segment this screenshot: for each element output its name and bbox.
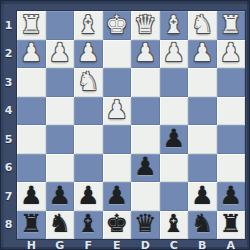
square-g3[interactable]: [46, 68, 75, 97]
square-d3[interactable]: [131, 68, 160, 97]
square-g4[interactable]: [46, 97, 75, 126]
square-f1[interactable]: ♝: [74, 11, 103, 40]
square-a4[interactable]: [217, 97, 246, 126]
square-h4[interactable]: [17, 97, 46, 126]
square-b6[interactable]: [188, 154, 217, 183]
rank-label-8: 8: [1, 211, 16, 240]
file-label-a: A: [217, 240, 246, 250]
square-b4[interactable]: [188, 97, 217, 126]
square-a3[interactable]: [217, 68, 246, 97]
white-pawn: ♟: [49, 40, 71, 65]
white-rook: ♜: [20, 12, 42, 37]
black-bishop: ♝: [77, 211, 99, 236]
rank-label-6: 6: [1, 154, 16, 183]
white-rook: ♜: [220, 12, 242, 37]
square-g1[interactable]: [46, 11, 75, 40]
black-pawn: ♟: [191, 183, 213, 208]
square-c3[interactable]: [160, 68, 189, 97]
square-c4[interactable]: [160, 97, 189, 126]
square-g5[interactable]: [46, 125, 75, 154]
square-c7[interactable]: [160, 182, 189, 211]
white-bishop: ♝: [163, 12, 185, 37]
square-g8[interactable]: ♞: [46, 211, 75, 240]
square-c5[interactable]: ♟: [160, 125, 189, 154]
white-pawn: ♟: [134, 40, 156, 65]
rank-label-1: 1: [1, 11, 16, 40]
square-a2[interactable]: ♟: [217, 40, 246, 69]
square-h5[interactable]: [17, 125, 46, 154]
rank-labels: 12345678: [1, 11, 16, 239]
square-d6[interactable]: ♟: [131, 154, 160, 183]
square-f4[interactable]: [74, 97, 103, 126]
square-e6[interactable]: [103, 154, 132, 183]
file-label-e: E: [103, 240, 132, 250]
file-label-f: F: [74, 240, 103, 250]
white-queen: ♛: [134, 12, 156, 37]
white-pawn: ♟: [20, 40, 42, 65]
square-f6[interactable]: [74, 154, 103, 183]
square-e2[interactable]: [103, 40, 132, 69]
white-pawn: ♟: [77, 40, 99, 65]
file-label-h: H: [17, 240, 46, 250]
black-rook: ♜: [20, 211, 42, 236]
black-king: ♚: [106, 211, 128, 236]
square-a6[interactable]: [217, 154, 246, 183]
square-h2[interactable]: ♟: [17, 40, 46, 69]
black-pawn: ♟: [77, 183, 99, 208]
square-h1[interactable]: ♜: [17, 11, 46, 40]
square-e5[interactable]: [103, 125, 132, 154]
white-king: ♚: [106, 12, 128, 37]
square-f8[interactable]: ♝: [74, 211, 103, 240]
square-d5[interactable]: [131, 125, 160, 154]
square-c1[interactable]: ♝: [160, 11, 189, 40]
square-b8[interactable]: ♞: [188, 211, 217, 240]
rank-label-2: 2: [1, 40, 16, 69]
white-pawn: ♟: [106, 97, 128, 122]
board: ♜♝♚♛♝♞♜♟♟♟♟♟♟♟♞♟♟♟♟♟♟♟♟♟♜♞♝♚♛♝♞♜: [16, 10, 246, 240]
square-e1[interactable]: ♚: [103, 11, 132, 40]
black-pawn: ♟: [20, 183, 42, 208]
square-g2[interactable]: ♟: [46, 40, 75, 69]
black-knight: ♞: [49, 211, 71, 236]
square-a8[interactable]: ♜: [217, 211, 246, 240]
rank-label-5: 5: [1, 125, 16, 154]
black-bishop: ♝: [163, 211, 185, 236]
white-knight: ♞: [77, 69, 99, 94]
square-f3[interactable]: ♞: [74, 68, 103, 97]
square-e4[interactable]: ♟: [103, 97, 132, 126]
black-pawn: ♟: [220, 183, 242, 208]
square-a5[interactable]: [217, 125, 246, 154]
white-pawn: ♟: [163, 40, 185, 65]
rank-label-3: 3: [1, 68, 16, 97]
square-c2[interactable]: ♟: [160, 40, 189, 69]
square-d2[interactable]: ♟: [131, 40, 160, 69]
file-label-c: C: [160, 240, 189, 250]
square-g7[interactable]: ♟: [46, 182, 75, 211]
square-d8[interactable]: ♛: [131, 211, 160, 240]
rank-label-4: 4: [1, 97, 16, 126]
rank-label-7: 7: [1, 182, 16, 211]
square-h8[interactable]: ♜: [17, 211, 46, 240]
chess-board-widget: 12345678 ♜♝♚♛♝♞♜♟♟♟♟♟♟♟♞♟♟♟♟♟♟♟♟♟♜♞♝♚♛♝♞…: [0, 0, 250, 250]
white-pawn: ♟: [191, 40, 213, 65]
white-bishop: ♝: [77, 12, 99, 37]
square-g6[interactable]: [46, 154, 75, 183]
square-f5[interactable]: [74, 125, 103, 154]
black-queen: ♛: [134, 211, 156, 236]
square-e3[interactable]: [103, 68, 132, 97]
file-label-g: G: [46, 240, 75, 250]
square-a1[interactable]: ♜: [217, 11, 246, 40]
black-knight: ♞: [191, 211, 213, 236]
white-knight: ♞: [191, 12, 213, 37]
square-d7[interactable]: [131, 182, 160, 211]
white-pawn: ♟: [220, 40, 242, 65]
square-e7[interactable]: ♟: [103, 182, 132, 211]
square-h7[interactable]: ♟: [17, 182, 46, 211]
file-label-b: B: [188, 240, 217, 250]
square-h3[interactable]: [17, 68, 46, 97]
file-labels: HGFEDCBA: [17, 240, 245, 250]
black-pawn: ♟: [163, 126, 185, 151]
square-b7[interactable]: ♟: [188, 182, 217, 211]
black-pawn: ♟: [134, 154, 156, 179]
square-a7[interactable]: ♟: [217, 182, 246, 211]
square-e8[interactable]: ♚: [103, 211, 132, 240]
square-c8[interactable]: ♝: [160, 211, 189, 240]
square-b2[interactable]: ♟: [188, 40, 217, 69]
square-b3[interactable]: [188, 68, 217, 97]
black-pawn: ♟: [49, 183, 71, 208]
file-label-d: D: [131, 240, 160, 250]
square-b1[interactable]: ♞: [188, 11, 217, 40]
square-d4[interactable]: [131, 97, 160, 126]
square-d1[interactable]: ♛: [131, 11, 160, 40]
black-pawn: ♟: [106, 183, 128, 208]
square-h6[interactable]: [17, 154, 46, 183]
black-rook: ♜: [220, 211, 242, 236]
square-f2[interactable]: ♟: [74, 40, 103, 69]
square-b5[interactable]: [188, 125, 217, 154]
square-f7[interactable]: ♟: [74, 182, 103, 211]
square-c6[interactable]: [160, 154, 189, 183]
